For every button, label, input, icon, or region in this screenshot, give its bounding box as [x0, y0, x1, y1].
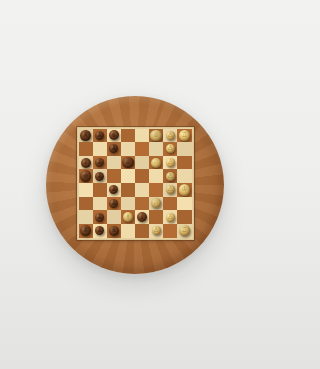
square-f8[interactable] — [79, 197, 93, 211]
black-bishop-glyph: ♝ — [139, 214, 145, 221]
black-pawn-glyph: ♟ — [111, 186, 117, 193]
square-g3[interactable] — [149, 210, 163, 224]
square-e3[interactable] — [149, 183, 163, 197]
square-c3[interactable]: ♘ — [149, 156, 163, 170]
piece-white-pawn-b2[interactable]: ♙ — [166, 144, 175, 153]
square-e7[interactable] — [93, 183, 107, 197]
white-queen-glyph: ♕ — [153, 132, 159, 139]
piece-black-queen-c5[interactable]: ♛ — [122, 157, 134, 169]
square-b3[interactable] — [149, 142, 163, 156]
square-a2[interactable]: ♙ — [163, 129, 177, 143]
square-f4[interactable] — [135, 197, 149, 211]
piece-white-pawn-a2[interactable]: ♙ — [166, 131, 175, 140]
square-e4[interactable] — [135, 183, 149, 197]
piece-white-pawn-h3[interactable]: ♙ — [152, 226, 161, 235]
square-e8[interactable] — [79, 183, 93, 197]
white-pawn-glyph: ♙ — [167, 132, 173, 139]
black-knight-glyph: ♞ — [111, 227, 117, 234]
square-d1[interactable] — [177, 169, 191, 183]
square-d8[interactable]: ♚ — [79, 169, 93, 183]
piece-white-pawn-e2[interactable]: ♙ — [166, 185, 175, 194]
square-h1[interactable]: ♖ — [177, 224, 191, 238]
chess-board: ♜♟♞♕♙♖♟♙♝♟♛♘♙♚♟♙♟♙♔♟♘♟♗♝♙♜♟♞♙♖ — [77, 127, 194, 240]
square-a3[interactable]: ♕ — [149, 129, 163, 143]
square-d5[interactable] — [121, 169, 135, 183]
square-e1[interactable]: ♔ — [177, 183, 191, 197]
piece-white-rook-h1[interactable]: ♖ — [179, 225, 190, 236]
square-a7[interactable]: ♟ — [93, 129, 107, 143]
square-h5[interactable] — [121, 224, 135, 238]
square-c2[interactable]: ♙ — [163, 156, 177, 170]
white-king-glyph: ♔ — [181, 186, 187, 193]
square-f2[interactable] — [163, 197, 177, 211]
square-d4[interactable] — [135, 169, 149, 183]
piece-white-pawn-c2[interactable]: ♙ — [166, 158, 175, 167]
square-g1[interactable] — [177, 210, 191, 224]
white-pawn-glyph: ♙ — [153, 227, 159, 234]
square-a5[interactable] — [121, 129, 135, 143]
white-pawn-glyph: ♙ — [167, 186, 173, 193]
black-pawn-glyph: ♟ — [97, 214, 103, 221]
square-h3[interactable]: ♙ — [149, 224, 163, 238]
black-pawn-glyph: ♟ — [111, 145, 117, 152]
piece-black-rook-h8[interactable]: ♜ — [80, 225, 91, 236]
square-d7[interactable]: ♟ — [93, 169, 107, 183]
white-rook-glyph: ♖ — [181, 132, 187, 139]
square-b4[interactable] — [135, 142, 149, 156]
square-e2[interactable]: ♙ — [163, 183, 177, 197]
square-a1[interactable]: ♖ — [177, 129, 191, 143]
piece-black-bishop-g4[interactable]: ♝ — [137, 212, 147, 222]
white-knight-glyph: ♘ — [153, 200, 159, 207]
square-f1[interactable] — [177, 197, 191, 211]
square-h6[interactable]: ♞ — [107, 224, 121, 238]
piece-white-knight-c3[interactable]: ♘ — [151, 158, 161, 168]
square-c4[interactable] — [135, 156, 149, 170]
black-pawn-glyph: ♟ — [97, 132, 103, 139]
piece-white-knight-f3[interactable]: ♘ — [151, 198, 161, 208]
square-f7[interactable] — [93, 197, 107, 211]
square-c1[interactable] — [177, 156, 191, 170]
piece-black-pawn-g7[interactable]: ♟ — [95, 213, 104, 222]
piece-black-knight-a6[interactable]: ♞ — [109, 130, 119, 140]
square-b8[interactable] — [79, 142, 93, 156]
piece-white-king-e1[interactable]: ♔ — [179, 184, 191, 196]
white-pawn-glyph: ♙ — [167, 214, 173, 221]
white-rook-glyph: ♖ — [181, 227, 187, 234]
square-b1[interactable] — [177, 142, 191, 156]
black-rook-glyph: ♜ — [82, 227, 88, 234]
round-wooden-frame: ♜♟♞♕♙♖♟♙♝♟♛♘♙♚♟♙♟♙♔♟♘♟♗♝♙♜♟♞♙♖ — [46, 96, 224, 274]
white-pawn-glyph: ♙ — [167, 145, 173, 152]
piece-black-king-d8[interactable]: ♚ — [80, 170, 92, 182]
black-pawn-glyph: ♟ — [97, 227, 103, 234]
square-g4[interactable]: ♝ — [135, 210, 149, 224]
piece-black-pawn-c7[interactable]: ♟ — [95, 158, 104, 167]
square-d2[interactable]: ♙ — [163, 169, 177, 183]
square-e6[interactable]: ♟ — [107, 183, 121, 197]
piece-white-pawn-d2[interactable]: ♙ — [166, 172, 175, 181]
piece-black-pawn-a7[interactable]: ♟ — [95, 131, 104, 140]
piece-black-pawn-d7[interactable]: ♟ — [95, 172, 104, 181]
white-pawn-glyph: ♙ — [167, 173, 173, 180]
square-f5[interactable] — [121, 197, 135, 211]
black-pawn-glyph: ♟ — [97, 173, 103, 180]
piece-black-pawn-h7[interactable]: ♟ — [95, 226, 104, 235]
square-h4[interactable] — [135, 224, 149, 238]
white-pawn-glyph: ♙ — [167, 159, 173, 166]
square-c7[interactable]: ♟ — [93, 156, 107, 170]
square-b5[interactable] — [121, 142, 135, 156]
square-b7[interactable] — [93, 142, 107, 156]
piece-black-pawn-b6[interactable]: ♟ — [109, 144, 118, 153]
square-g5[interactable]: ♗ — [121, 210, 135, 224]
piece-black-knight-h6[interactable]: ♞ — [109, 226, 119, 236]
piece-white-pawn-g2[interactable]: ♙ — [166, 213, 175, 222]
square-c8[interactable]: ♝ — [79, 156, 93, 170]
square-a8[interactable]: ♜ — [79, 129, 93, 143]
square-g2[interactable]: ♙ — [163, 210, 177, 224]
black-king-glyph: ♚ — [82, 173, 88, 180]
square-f3[interactable]: ♘ — [149, 197, 163, 211]
square-e5[interactable] — [121, 183, 135, 197]
square-b2[interactable]: ♙ — [163, 142, 177, 156]
square-g7[interactable]: ♟ — [93, 210, 107, 224]
white-knight-glyph: ♘ — [153, 159, 159, 166]
black-knight-glyph: ♞ — [111, 132, 117, 139]
black-rook-glyph: ♜ — [82, 132, 88, 139]
black-pawn-glyph: ♟ — [111, 200, 117, 207]
square-d6[interactable] — [107, 169, 121, 183]
square-a6[interactable]: ♞ — [107, 129, 121, 143]
square-f6[interactable]: ♟ — [107, 197, 121, 211]
piece-black-pawn-e6[interactable]: ♟ — [109, 185, 118, 194]
square-b6[interactable]: ♟ — [107, 142, 121, 156]
square-c5[interactable]: ♛ — [121, 156, 135, 170]
board-grid: ♜♟♞♕♙♖♟♙♝♟♛♘♙♚♟♙♟♙♔♟♘♟♗♝♙♜♟♞♙♖ — [79, 129, 192, 238]
square-c6[interactable] — [107, 156, 121, 170]
black-pawn-glyph: ♟ — [97, 159, 103, 166]
square-a4[interactable] — [135, 129, 149, 143]
piece-white-bishop-g5[interactable]: ♗ — [123, 212, 133, 222]
square-h7[interactable]: ♟ — [93, 224, 107, 238]
square-g8[interactable] — [79, 210, 93, 224]
piece-white-rook-a1[interactable]: ♖ — [179, 130, 190, 141]
square-h8[interactable]: ♜ — [79, 224, 93, 238]
white-bishop-glyph: ♗ — [125, 214, 131, 221]
piece-black-bishop-c8[interactable]: ♝ — [81, 158, 91, 168]
piece-black-rook-a8[interactable]: ♜ — [80, 130, 91, 141]
square-h2[interactable] — [163, 224, 177, 238]
square-d3[interactable] — [149, 169, 163, 183]
black-bishop-glyph: ♝ — [82, 159, 88, 166]
photo-background: ♜♟♞♕♙♖♟♙♝♟♛♘♙♚♟♙♟♙♔♟♘♟♗♝♙♜♟♞♙♖ — [0, 0, 269, 369]
piece-white-queen-a3[interactable]: ♕ — [150, 130, 162, 142]
piece-black-pawn-f6[interactable]: ♟ — [109, 199, 118, 208]
square-g6[interactable] — [107, 210, 121, 224]
black-queen-glyph: ♛ — [125, 159, 131, 166]
